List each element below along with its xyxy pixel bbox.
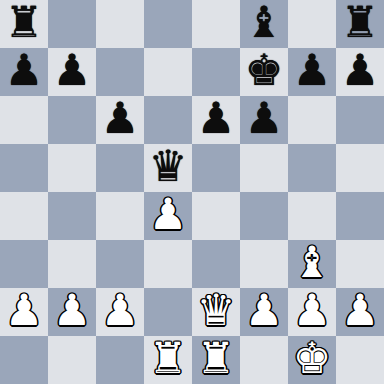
square-c3[interactable] xyxy=(96,240,144,288)
black-queen[interactable]: ♛ xyxy=(149,142,188,190)
white-queen[interactable]: ♛ xyxy=(197,286,236,334)
square-c8[interactable] xyxy=(96,0,144,48)
square-g3[interactable]: ♝ xyxy=(288,240,336,288)
square-h3[interactable] xyxy=(336,240,384,288)
square-e6[interactable]: ♟ xyxy=(192,96,240,144)
square-e4[interactable] xyxy=(192,192,240,240)
white-pawn[interactable]: ♟ xyxy=(101,286,140,334)
square-b3[interactable] xyxy=(48,240,96,288)
black-pawn[interactable]: ♟ xyxy=(101,94,140,142)
square-d2[interactable] xyxy=(144,288,192,336)
white-pawn[interactable]: ♟ xyxy=(245,286,284,334)
square-h6[interactable] xyxy=(336,96,384,144)
square-g6[interactable] xyxy=(288,96,336,144)
square-d8[interactable] xyxy=(144,0,192,48)
square-e5[interactable] xyxy=(192,144,240,192)
square-h8[interactable]: ♜ xyxy=(336,0,384,48)
black-pawn[interactable]: ♟ xyxy=(53,46,92,94)
square-f4[interactable] xyxy=(240,192,288,240)
white-rook[interactable]: ♜ xyxy=(149,334,188,382)
square-c6[interactable]: ♟ xyxy=(96,96,144,144)
black-pawn[interactable]: ♟ xyxy=(5,46,44,94)
square-h1[interactable] xyxy=(336,336,384,384)
square-e1[interactable]: ♜ xyxy=(192,336,240,384)
square-a4[interactable] xyxy=(0,192,48,240)
white-pawn[interactable]: ♟ xyxy=(5,286,44,334)
square-f3[interactable] xyxy=(240,240,288,288)
square-b6[interactable] xyxy=(48,96,96,144)
square-f8[interactable]: ♝ xyxy=(240,0,288,48)
white-rook[interactable]: ♜ xyxy=(197,334,236,382)
square-c5[interactable] xyxy=(96,144,144,192)
square-c7[interactable] xyxy=(96,48,144,96)
white-pawn[interactable]: ♟ xyxy=(341,286,380,334)
square-e3[interactable] xyxy=(192,240,240,288)
square-g8[interactable] xyxy=(288,0,336,48)
square-h7[interactable]: ♟ xyxy=(336,48,384,96)
square-e7[interactable] xyxy=(192,48,240,96)
square-f6[interactable]: ♟ xyxy=(240,96,288,144)
square-h5[interactable] xyxy=(336,144,384,192)
square-b8[interactable] xyxy=(48,0,96,48)
square-f2[interactable]: ♟ xyxy=(240,288,288,336)
white-pawn[interactable]: ♟ xyxy=(293,286,332,334)
white-king[interactable]: ♚ xyxy=(293,334,332,382)
black-pawn[interactable]: ♟ xyxy=(341,46,380,94)
square-b7[interactable]: ♟ xyxy=(48,48,96,96)
black-king[interactable]: ♚ xyxy=(245,46,284,94)
square-d6[interactable] xyxy=(144,96,192,144)
square-g5[interactable] xyxy=(288,144,336,192)
square-g4[interactable] xyxy=(288,192,336,240)
square-c4[interactable] xyxy=(96,192,144,240)
square-d3[interactable] xyxy=(144,240,192,288)
black-rook[interactable]: ♜ xyxy=(341,0,380,46)
square-g7[interactable]: ♟ xyxy=(288,48,336,96)
black-bishop[interactable]: ♝ xyxy=(245,0,284,46)
square-e2[interactable]: ♛ xyxy=(192,288,240,336)
square-h4[interactable] xyxy=(336,192,384,240)
square-b5[interactable] xyxy=(48,144,96,192)
square-b2[interactable]: ♟ xyxy=(48,288,96,336)
square-a5[interactable] xyxy=(0,144,48,192)
white-pawn[interactable]: ♟ xyxy=(149,190,188,238)
square-h2[interactable]: ♟ xyxy=(336,288,384,336)
square-d5[interactable]: ♛ xyxy=(144,144,192,192)
square-b1[interactable] xyxy=(48,336,96,384)
square-e8[interactable] xyxy=(192,0,240,48)
square-c2[interactable]: ♟ xyxy=(96,288,144,336)
square-a2[interactable]: ♟ xyxy=(0,288,48,336)
black-pawn[interactable]: ♟ xyxy=(293,46,332,94)
square-f7[interactable]: ♚ xyxy=(240,48,288,96)
square-d4[interactable]: ♟ xyxy=(144,192,192,240)
square-b4[interactable] xyxy=(48,192,96,240)
square-g2[interactable]: ♟ xyxy=(288,288,336,336)
square-a7[interactable]: ♟ xyxy=(0,48,48,96)
square-g1[interactable]: ♚ xyxy=(288,336,336,384)
black-pawn[interactable]: ♟ xyxy=(197,94,236,142)
square-d1[interactable]: ♜ xyxy=(144,336,192,384)
square-a8[interactable]: ♜ xyxy=(0,0,48,48)
black-rook[interactable]: ♜ xyxy=(5,0,44,46)
white-pawn[interactable]: ♟ xyxy=(53,286,92,334)
square-a1[interactable] xyxy=(0,336,48,384)
square-f5[interactable] xyxy=(240,144,288,192)
square-c1[interactable] xyxy=(96,336,144,384)
black-pawn[interactable]: ♟ xyxy=(245,94,284,142)
square-d7[interactable] xyxy=(144,48,192,96)
square-a3[interactable] xyxy=(0,240,48,288)
square-a6[interactable] xyxy=(0,96,48,144)
white-bishop[interactable]: ♝ xyxy=(293,238,332,286)
chess-board: ♜♝♜♟♟♚♟♟♟♟♟♛♟♝♟♟♟♛♟♟♟♜♜♚ xyxy=(0,0,384,384)
square-f1[interactable] xyxy=(240,336,288,384)
